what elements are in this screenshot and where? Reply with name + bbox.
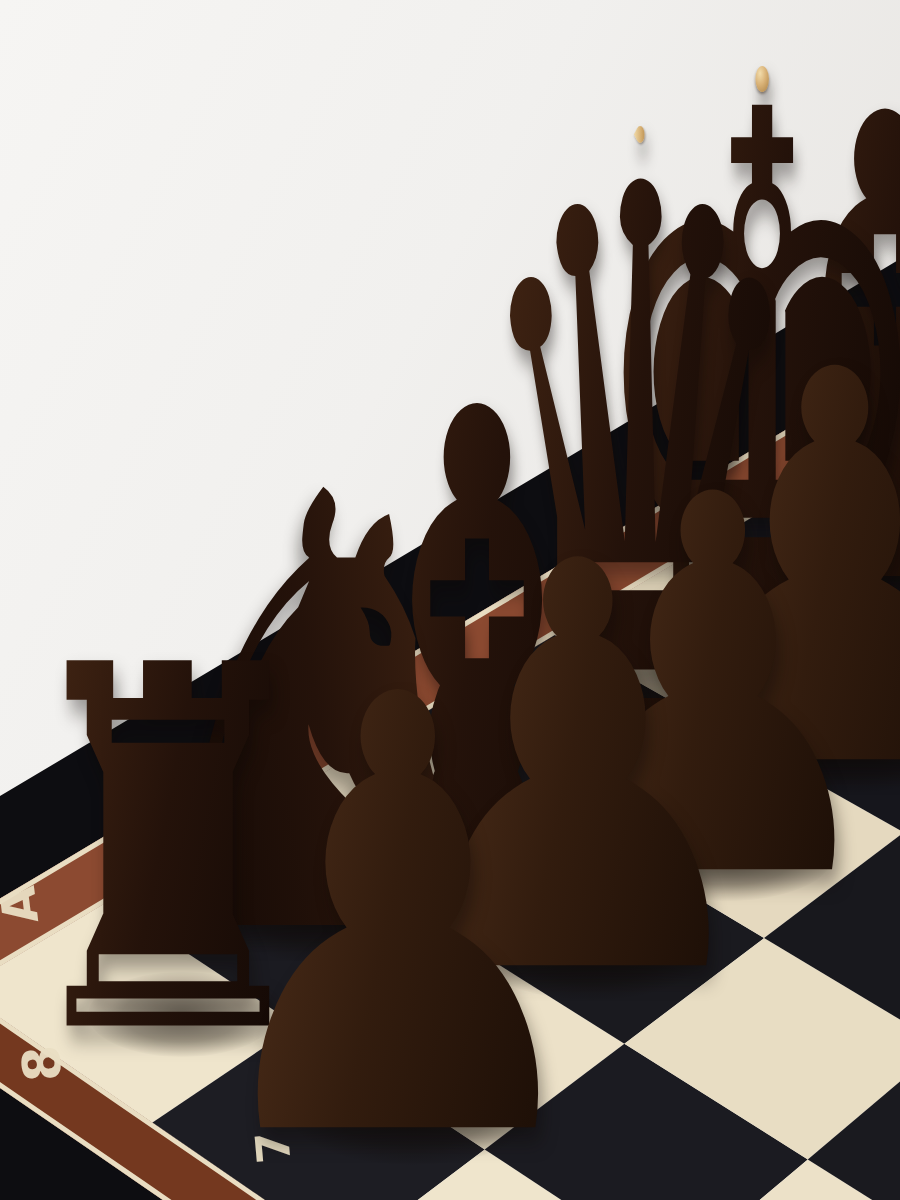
chessboard: A87 [0, 0, 900, 1200]
board-label-8: 8 [11, 1043, 74, 1084]
board-label-A: A [0, 883, 49, 927]
chess-set-photo: A87 ♝♚♛♟♟♝♞♟♜♟ [0, 0, 900, 1200]
board-label-7: 7 [245, 1129, 302, 1166]
